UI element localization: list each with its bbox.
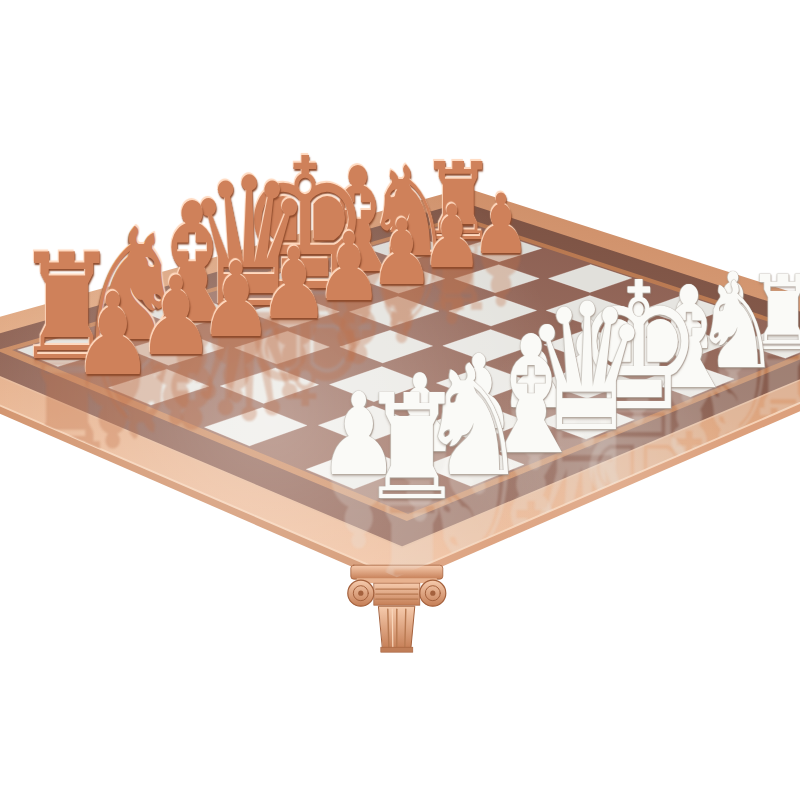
product-photo-chess-set: ♜♟♞♟♝♟♚♟♛♟♝♟♟♞♜♟♟♜♞♟♟♝♟♚♟♛♟♝♟♞♟♜ ♜♟♞♟♝♟♚…: [0, 0, 800, 800]
chess-pieces: ♜♟♞♟♝♟♚♟♛♟♝♟♟♞♜♟♟♜♞♟♟♝♟♚♟♛♟♝♟♞♟♜: [0, 0, 800, 800]
white-rook-a1: ♜: [360, 375, 464, 520]
copper-pawn-a7: ♟: [72, 278, 154, 392]
